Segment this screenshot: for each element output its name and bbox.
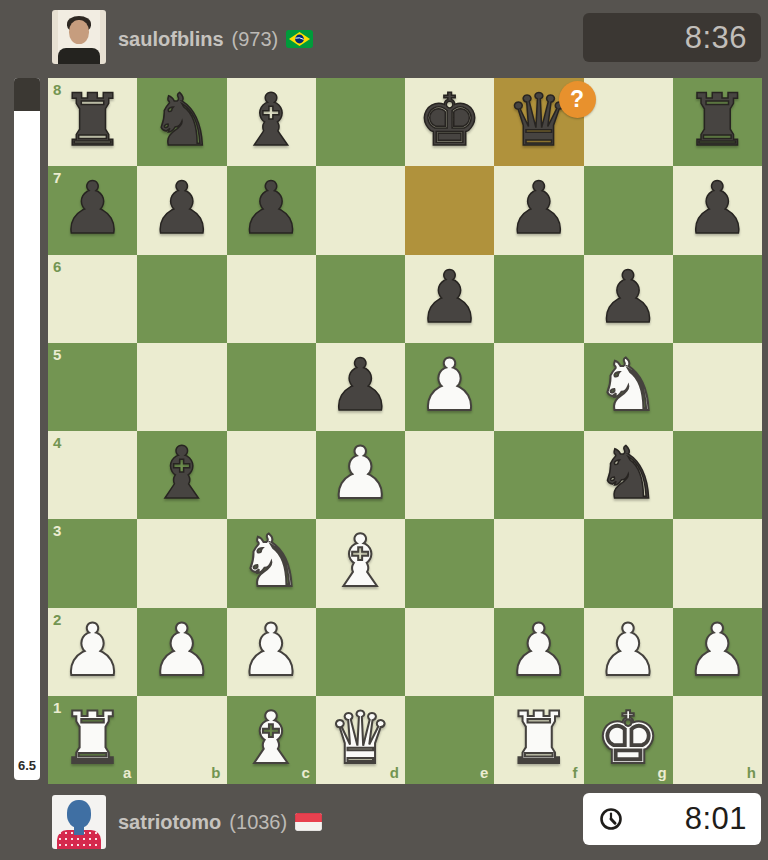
piece-white-knight: ♞	[239, 525, 304, 597]
square-h3[interactable]	[673, 519, 762, 607]
square-b2[interactable]: ♟	[137, 608, 226, 696]
file-label-f: f	[573, 765, 578, 780]
square-b6[interactable]	[137, 255, 226, 343]
piece-white-pawn: ♟	[417, 349, 482, 421]
square-a1[interactable]: 1a♜	[48, 696, 137, 784]
square-g3[interactable]	[584, 519, 673, 607]
square-f4[interactable]	[494, 431, 583, 519]
piece-black-king: ♚	[417, 84, 482, 156]
piece-black-pawn: ♟	[60, 172, 125, 244]
top-player-bar: saulofblins (973) 8:36	[0, 0, 768, 78]
top-player-name: saulofblins	[118, 28, 224, 51]
square-g7[interactable]	[584, 166, 673, 254]
square-b5[interactable]	[137, 343, 226, 431]
piece-white-pawn: ♟	[507, 614, 572, 686]
square-c6[interactable]	[227, 255, 316, 343]
file-label-e: e	[480, 765, 488, 780]
square-f7[interactable]: ♟	[494, 166, 583, 254]
square-g5[interactable]: ♞	[584, 343, 673, 431]
brazil-flag-icon	[286, 30, 313, 48]
square-g1[interactable]: g♚	[584, 696, 673, 784]
square-d6[interactable]	[316, 255, 405, 343]
piece-white-pawn: ♟	[60, 614, 125, 686]
square-c5[interactable]	[227, 343, 316, 431]
square-d2[interactable]	[316, 608, 405, 696]
square-g4[interactable]: ♞	[584, 431, 673, 519]
square-e3[interactable]	[405, 519, 494, 607]
square-c3[interactable]: ♞	[227, 519, 316, 607]
square-g2[interactable]: ♟	[584, 608, 673, 696]
piece-black-pawn: ♟	[685, 172, 750, 244]
rank-label-6: 6	[53, 259, 61, 274]
piece-black-pawn: ♟	[239, 172, 304, 244]
piece-black-pawn: ♟	[328, 349, 393, 421]
piece-white-knight: ♞	[596, 349, 661, 421]
square-e2[interactable]	[405, 608, 494, 696]
chess-app: saulofblins (973) 8:36 6.5 ? 8♜♞♝♚♛♜7♟♟♟…	[0, 0, 768, 860]
bottom-player-bar: satriotomo (1036) 8:01	[0, 784, 768, 860]
piece-black-rook: ♜	[60, 84, 125, 156]
rank-label-5: 5	[53, 347, 61, 362]
square-e1[interactable]: e	[405, 696, 494, 784]
square-e6[interactable]: ♟	[405, 255, 494, 343]
square-c8[interactable]: ♝	[227, 78, 316, 166]
top-player-rating: (973)	[232, 28, 279, 51]
mistake-badge: ?	[559, 81, 596, 118]
square-h5[interactable]	[673, 343, 762, 431]
square-f3[interactable]	[494, 519, 583, 607]
square-a2[interactable]: 2♟	[48, 608, 137, 696]
chess-board: ? 8♜♞♝♚♛♜7♟♟♟♟♟6♟♟5♟♟♞4♝♟♞3♞♝2♟♟♟♟♟♟1a♜b…	[48, 78, 762, 784]
evaluation-black-portion	[14, 78, 40, 111]
top-clock-time: 8:36	[685, 20, 747, 56]
square-e8[interactable]: ♚	[405, 78, 494, 166]
piece-black-pawn: ♟	[150, 172, 215, 244]
square-d4[interactable]: ♟	[316, 431, 405, 519]
piece-white-bishop: ♝	[239, 702, 304, 774]
square-g6[interactable]: ♟	[584, 255, 673, 343]
avatar-photo-face	[69, 20, 89, 44]
piece-white-rook: ♜	[507, 702, 572, 774]
square-e4[interactable]	[405, 431, 494, 519]
square-c7[interactable]: ♟	[227, 166, 316, 254]
square-b8[interactable]: ♞	[137, 78, 226, 166]
square-f2[interactable]: ♟	[494, 608, 583, 696]
square-a6[interactable]: 6	[48, 255, 137, 343]
piece-black-pawn: ♟	[596, 261, 661, 333]
avatar-head	[67, 800, 91, 828]
square-f6[interactable]	[494, 255, 583, 343]
square-c1[interactable]: c♝	[227, 696, 316, 784]
piece-white-queen: ♛	[328, 702, 393, 774]
bottom-clock-time: 8:01	[685, 801, 747, 837]
evaluation-score: 6.5	[14, 758, 40, 773]
square-e7[interactable]	[405, 166, 494, 254]
bottom-player-info[interactable]: satriotomo (1036)	[118, 784, 322, 860]
avatar-photo-shirt	[58, 48, 100, 64]
piece-white-pawn: ♟	[239, 614, 304, 686]
piece-black-rook: ♜	[685, 84, 750, 156]
bottom-player-name: satriotomo	[118, 811, 221, 834]
square-h1[interactable]: h	[673, 696, 762, 784]
piece-black-knight: ♞	[150, 84, 215, 156]
top-player-clock: 8:36	[583, 13, 761, 62]
square-h7[interactable]: ♟	[673, 166, 762, 254]
top-player-avatar[interactable]	[52, 10, 106, 64]
piece-white-rook: ♜	[60, 702, 125, 774]
square-f1[interactable]: f♜	[494, 696, 583, 784]
piece-white-pawn: ♟	[328, 437, 393, 509]
rank-label-4: 4	[53, 435, 61, 450]
piece-white-pawn: ♟	[150, 614, 215, 686]
file-label-b: b	[211, 765, 220, 780]
piece-white-bishop: ♝	[328, 525, 393, 597]
square-c2[interactable]: ♟	[227, 608, 316, 696]
square-b3[interactable]	[137, 519, 226, 607]
file-label-h: h	[747, 765, 756, 780]
indonesia-flag-icon	[295, 813, 322, 831]
square-b7[interactable]: ♟	[137, 166, 226, 254]
square-e5[interactable]: ♟	[405, 343, 494, 431]
top-player-info[interactable]: saulofblins (973)	[118, 0, 313, 78]
square-a7[interactable]: 7♟	[48, 166, 137, 254]
square-a3[interactable]: 3	[48, 519, 137, 607]
piece-white-pawn: ♟	[596, 614, 661, 686]
piece-black-pawn: ♟	[507, 172, 572, 244]
piece-white-pawn: ♟	[685, 614, 750, 686]
rank-label-3: 3	[53, 523, 61, 538]
square-a8[interactable]: 8♜	[48, 78, 137, 166]
square-h4[interactable]	[673, 431, 762, 519]
square-h6[interactable]	[673, 255, 762, 343]
clock-icon	[599, 807, 623, 831]
square-a4[interactable]: 4	[48, 431, 137, 519]
square-d3[interactable]: ♝	[316, 519, 405, 607]
square-c4[interactable]	[227, 431, 316, 519]
square-g8[interactable]	[584, 78, 673, 166]
evaluation-bar: 6.5	[14, 78, 40, 780]
piece-black-bishop: ♝	[239, 84, 304, 156]
square-h8[interactable]: ♜	[673, 78, 762, 166]
piece-white-king: ♚	[596, 702, 661, 774]
square-b1[interactable]: b	[137, 696, 226, 784]
square-d7[interactable]	[316, 166, 405, 254]
bottom-player-rating: (1036)	[229, 811, 287, 834]
square-d1[interactable]: d♛	[316, 696, 405, 784]
square-d5[interactable]: ♟	[316, 343, 405, 431]
square-f5[interactable]	[494, 343, 583, 431]
piece-black-bishop: ♝	[150, 437, 215, 509]
piece-black-knight: ♞	[596, 437, 661, 509]
square-d8[interactable]	[316, 78, 405, 166]
bottom-player-clock: 8:01	[583, 793, 761, 845]
square-a5[interactable]: 5	[48, 343, 137, 431]
piece-black-pawn: ♟	[417, 261, 482, 333]
square-b4[interactable]: ♝	[137, 431, 226, 519]
square-h2[interactable]: ♟	[673, 608, 762, 696]
bottom-player-avatar[interactable]	[52, 795, 106, 849]
